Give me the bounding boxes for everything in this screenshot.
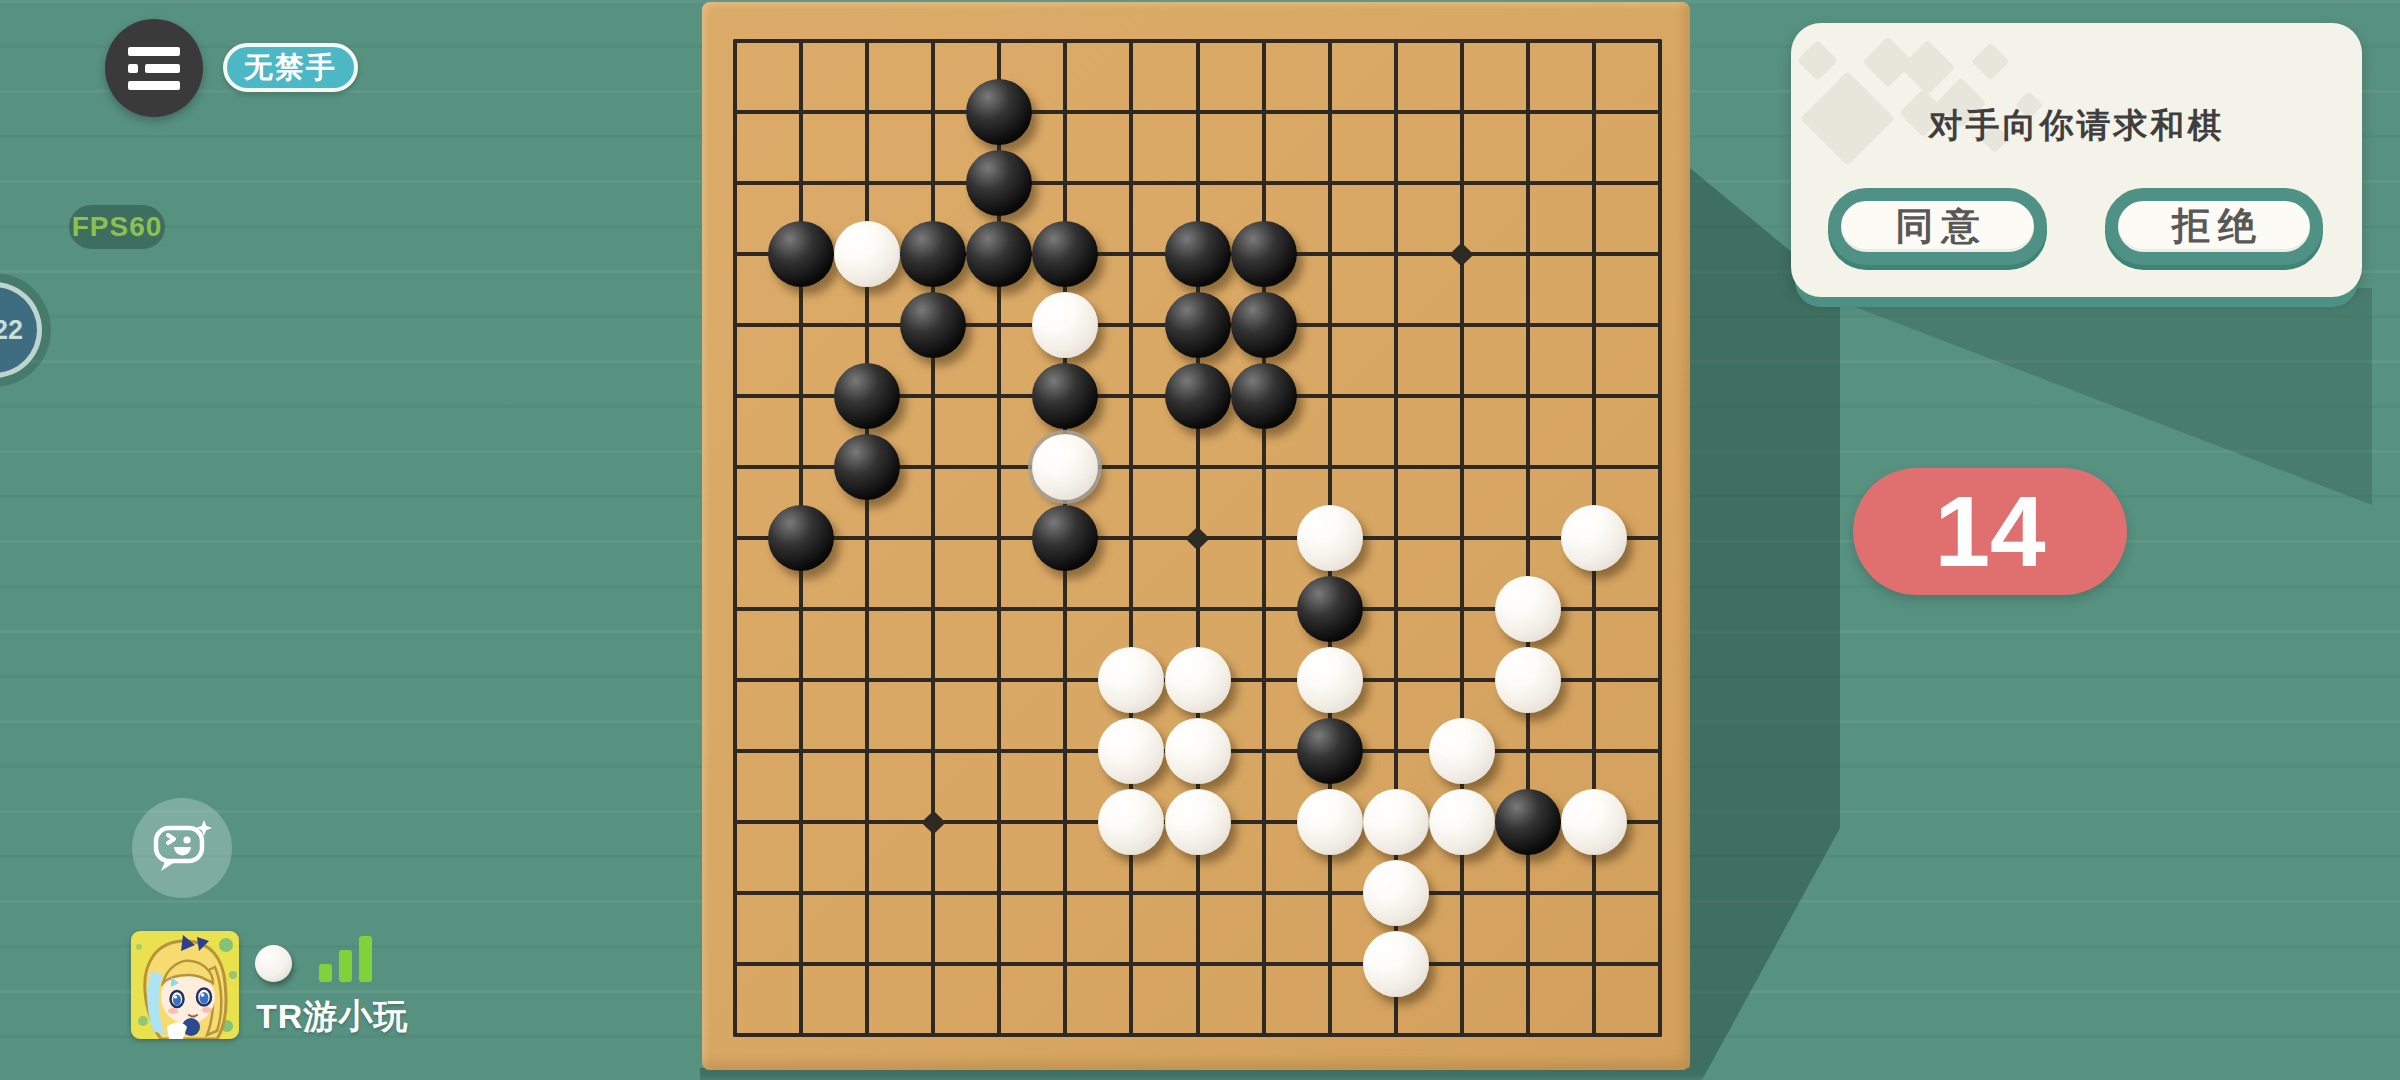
black-stone-5-7 — [1032, 505, 1098, 571]
connection-signal-icon — [319, 936, 374, 982]
white-stone-11-10 — [1429, 718, 1495, 784]
black-stone-4-3 — [966, 221, 1032, 287]
diamond-decoration — [1797, 40, 1838, 81]
white-stone-9-11 — [1297, 789, 1363, 855]
black-stone-2-6 — [834, 434, 900, 500]
draw-request-dialog: 对手向你请求和棋 同意 拒绝 — [1791, 23, 2362, 297]
white-stone-12-8 — [1495, 576, 1561, 642]
grid-line — [1526, 39, 1530, 1037]
white-stone-7-10 — [1165, 718, 1231, 784]
black-stone-5-3 — [1032, 221, 1098, 287]
player-name: TR游小玩 — [256, 994, 408, 1040]
move-timer: 14 — [1853, 468, 2127, 595]
black-stone-9-10 — [1297, 718, 1363, 784]
black-stone-5-5 — [1032, 363, 1098, 429]
white-stone-10-11 — [1363, 789, 1429, 855]
white-stone-11-11 — [1429, 789, 1495, 855]
board-grid[interactable] — [733, 39, 1662, 1037]
grid-line — [733, 1033, 1662, 1037]
diamond-decoration — [1971, 42, 2009, 80]
white-stone-10-12 — [1363, 860, 1429, 926]
black-stone-7-4 — [1165, 292, 1231, 358]
white-stone-5-4 — [1032, 292, 1098, 358]
black-stone-12-11 — [1495, 789, 1561, 855]
star-point — [1450, 242, 1474, 266]
white-stone-7-9 — [1165, 647, 1231, 713]
white-stone-indicator-icon — [255, 945, 292, 982]
white-stone-12-9 — [1495, 647, 1561, 713]
black-stone-9-8 — [1297, 576, 1363, 642]
avatar-illustration — [131, 931, 239, 1039]
fps-counter: FPS60 — [69, 205, 165, 249]
agree-button[interactable]: 同意 — [1828, 188, 2047, 265]
game-screen: 无禁手 FPS60 22 — [0, 0, 2400, 1080]
black-stone-7-3 — [1165, 221, 1231, 287]
black-stone-8-4 — [1231, 292, 1297, 358]
chat-emote-button[interactable] — [132, 798, 232, 898]
black-stone-1-7 — [768, 505, 834, 571]
white-stone-9-9 — [1297, 647, 1363, 713]
black-stone-2-5 — [834, 363, 900, 429]
star-point — [921, 810, 945, 834]
player-avatar[interactable] — [131, 931, 239, 1039]
black-stone-3-3 — [900, 221, 966, 287]
white-stone-6-10 — [1098, 718, 1164, 784]
black-stone-8-3 — [1231, 221, 1297, 287]
white-stone-6-11 — [1098, 789, 1164, 855]
white-stone-10-13 — [1363, 931, 1429, 997]
black-stone-3-4 — [900, 292, 966, 358]
hamburger-icon — [128, 64, 180, 73]
grid-line — [733, 891, 1662, 895]
rule-badge: 无禁手 — [223, 43, 358, 92]
menu-button[interactable] — [105, 19, 203, 117]
gomoku-board[interactable] — [702, 2, 1690, 1070]
hamburger-icon — [128, 47, 180, 56]
black-stone-1-3 — [768, 221, 834, 287]
white-stone-13-7 — [1561, 505, 1627, 571]
black-stone-8-5 — [1231, 363, 1297, 429]
white-stone-9-7 — [1297, 505, 1363, 571]
grid-line — [1460, 39, 1464, 1037]
diamond-decoration — [1900, 40, 1955, 95]
chat-bubble-icon — [151, 818, 213, 878]
grid-line — [1262, 39, 1266, 1037]
white-stone-7-11 — [1165, 789, 1231, 855]
hamburger-icon — [128, 81, 180, 90]
white-stone-5-6 — [1032, 434, 1098, 500]
black-stone-4-2 — [966, 150, 1032, 216]
grid-line — [1658, 39, 1662, 1037]
white-stone-6-9 — [1098, 647, 1164, 713]
grid-line — [733, 962, 1662, 966]
white-stone-2-3 — [834, 221, 900, 287]
white-stone-13-11 — [1561, 789, 1627, 855]
black-stone-4-1 — [966, 79, 1032, 145]
black-stone-7-5 — [1165, 363, 1231, 429]
dialog-title: 对手向你请求和棋 — [1791, 103, 2362, 149]
star-point — [1185, 526, 1209, 550]
decline-button[interactable]: 拒绝 — [2105, 188, 2323, 265]
